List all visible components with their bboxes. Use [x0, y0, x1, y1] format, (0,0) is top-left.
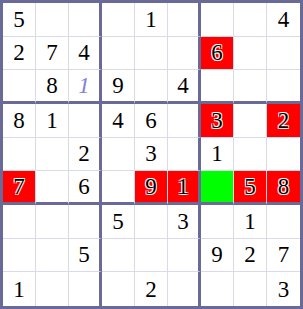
cell-r6c2[interactable]	[36, 171, 69, 205]
cell-r2c2[interactable]: 7	[36, 37, 69, 71]
cell-r6c9[interactable]: 8	[267, 171, 300, 205]
cell-r4c6[interactable]	[168, 104, 201, 138]
cell-r6c8[interactable]: 5	[234, 171, 267, 205]
cell-r1c9[interactable]: 4	[267, 3, 300, 37]
cell-r9c2[interactable]	[36, 272, 69, 306]
cell-r6c4[interactable]	[102, 171, 135, 205]
cell-r7c7[interactable]	[201, 205, 234, 239]
cell-r3c6[interactable]: 4	[168, 70, 201, 104]
cell-r8c6[interactable]	[168, 239, 201, 273]
cell-r5c1[interactable]	[3, 138, 36, 172]
cell-r8c8[interactable]: 2	[234, 239, 267, 273]
cell-r7c9[interactable]	[267, 205, 300, 239]
cell-r3c2[interactable]: 8	[36, 70, 69, 104]
cell-r8c9[interactable]: 7	[267, 239, 300, 273]
cell-r3c4[interactable]: 9	[102, 70, 135, 104]
cell-r6c3[interactable]: 6	[69, 171, 102, 205]
cell-r3c1[interactable]	[3, 70, 36, 104]
cell-r8c2[interactable]	[36, 239, 69, 273]
cell-r7c2[interactable]	[36, 205, 69, 239]
cell-r9c4[interactable]	[102, 272, 135, 306]
cell-r1c1[interactable]: 5	[3, 3, 36, 37]
cell-r1c5[interactable]: 1	[135, 3, 168, 37]
cell-r5c5[interactable]: 3	[135, 138, 168, 172]
cell-r9c6[interactable]	[168, 272, 201, 306]
cell-r4c2[interactable]: 1	[36, 104, 69, 138]
cell-r3c5[interactable]	[135, 70, 168, 104]
cell-r4c7[interactable]: 3	[201, 104, 234, 138]
cell-r7c8[interactable]: 1	[234, 205, 267, 239]
cell-r8c7[interactable]: 9	[201, 239, 234, 273]
cell-r2c5[interactable]	[135, 37, 168, 71]
cell-r9c3[interactable]	[69, 272, 102, 306]
cell-r6c6[interactable]: 1	[168, 171, 201, 205]
cell-r3c9[interactable]	[267, 70, 300, 104]
cell-r2c4[interactable]	[102, 37, 135, 71]
cell-r9c9[interactable]: 3	[267, 272, 300, 306]
cell-r3c3[interactable]: 1	[69, 70, 102, 104]
sudoku-board: 514274681948146322317691585315927123	[0, 0, 303, 309]
cell-r6c1[interactable]: 7	[3, 171, 36, 205]
cell-r4c1[interactable]: 8	[3, 104, 36, 138]
cell-r2c6[interactable]	[168, 37, 201, 71]
cell-r5c2[interactable]	[36, 138, 69, 172]
cell-r8c5[interactable]	[135, 239, 168, 273]
cell-r1c4[interactable]	[102, 3, 135, 37]
cell-r9c7[interactable]	[201, 272, 234, 306]
cell-r2c9[interactable]	[267, 37, 300, 71]
cell-r2c1[interactable]: 2	[3, 37, 36, 71]
cell-r6c7[interactable]	[201, 171, 234, 205]
cell-r5c3[interactable]: 2	[69, 138, 102, 172]
cell-r5c8[interactable]	[234, 138, 267, 172]
cell-r3c7[interactable]	[201, 70, 234, 104]
cell-r8c4[interactable]	[102, 239, 135, 273]
cell-r9c1[interactable]: 1	[3, 272, 36, 306]
cell-r5c9[interactable]	[267, 138, 300, 172]
cell-r7c1[interactable]	[3, 205, 36, 239]
cell-r4c9[interactable]: 2	[267, 104, 300, 138]
cell-r1c3[interactable]	[69, 3, 102, 37]
cell-r5c7[interactable]: 1	[201, 138, 234, 172]
cell-r1c2[interactable]	[36, 3, 69, 37]
cell-r1c7[interactable]	[201, 3, 234, 37]
cell-r7c4[interactable]: 5	[102, 205, 135, 239]
cell-r4c8[interactable]	[234, 104, 267, 138]
cell-r8c1[interactable]	[3, 239, 36, 273]
cell-r7c6[interactable]: 3	[168, 205, 201, 239]
cell-r2c3[interactable]: 4	[69, 37, 102, 71]
cell-r9c5[interactable]: 2	[135, 272, 168, 306]
cell-r2c7[interactable]: 6	[201, 37, 234, 71]
cell-r4c4[interactable]: 4	[102, 104, 135, 138]
cell-r5c4[interactable]	[102, 138, 135, 172]
cell-r7c5[interactable]	[135, 205, 168, 239]
cell-r5c6[interactable]	[168, 138, 201, 172]
cell-r3c8[interactable]	[234, 70, 267, 104]
cell-r1c8[interactable]	[234, 3, 267, 37]
cell-r8c3[interactable]: 5	[69, 239, 102, 273]
cell-r1c6[interactable]	[168, 3, 201, 37]
cell-r9c8[interactable]	[234, 272, 267, 306]
cell-r7c3[interactable]	[69, 205, 102, 239]
cell-r2c8[interactable]	[234, 37, 267, 71]
cell-r4c3[interactable]	[69, 104, 102, 138]
cell-r6c5[interactable]: 9	[135, 171, 168, 205]
cell-r4c5[interactable]: 6	[135, 104, 168, 138]
